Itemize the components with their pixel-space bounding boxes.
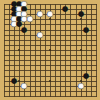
white-stone: ●: [46, 10, 54, 18]
grid-line-vertical: [65, 4, 66, 97]
black-stone: ●: [82, 26, 90, 34]
black-stone: ●: [61, 5, 69, 13]
grid-line-vertical: [55, 4, 56, 97]
black-stone: ●: [10, 77, 18, 85]
star-point: [18, 49, 20, 51]
grid-line-vertical: [86, 4, 87, 97]
white-stone: ●: [77, 82, 85, 90]
white-stone: ●: [26, 15, 34, 23]
grid-line-horizontal: [4, 96, 97, 97]
grid-line-vertical: [70, 4, 71, 97]
star-point: [80, 18, 82, 20]
grid-line-vertical: [96, 4, 97, 97]
black-stone: ●: [77, 10, 85, 18]
black-stone: ●: [20, 26, 28, 34]
star-point: [49, 80, 51, 82]
white-stone: ●: [20, 82, 28, 90]
grid-line-vertical: [60, 4, 61, 97]
white-stone: ●: [36, 10, 44, 18]
go-board[interactable]: ●●●●●●●●●●●●●●●●●●●●●●●●●●: [0, 0, 100, 100]
grid-line-horizontal: [4, 55, 97, 56]
black-stone: ●: [82, 72, 90, 80]
star-point: [49, 49, 51, 51]
white-stone: ●: [36, 31, 44, 39]
grid-line-horizontal: [4, 91, 97, 92]
grid-line-horizontal: [4, 60, 97, 61]
star-point: [80, 49, 82, 51]
grid-line-vertical: [91, 4, 92, 97]
star-point: [49, 18, 51, 20]
grid-line-horizontal: [4, 65, 97, 66]
